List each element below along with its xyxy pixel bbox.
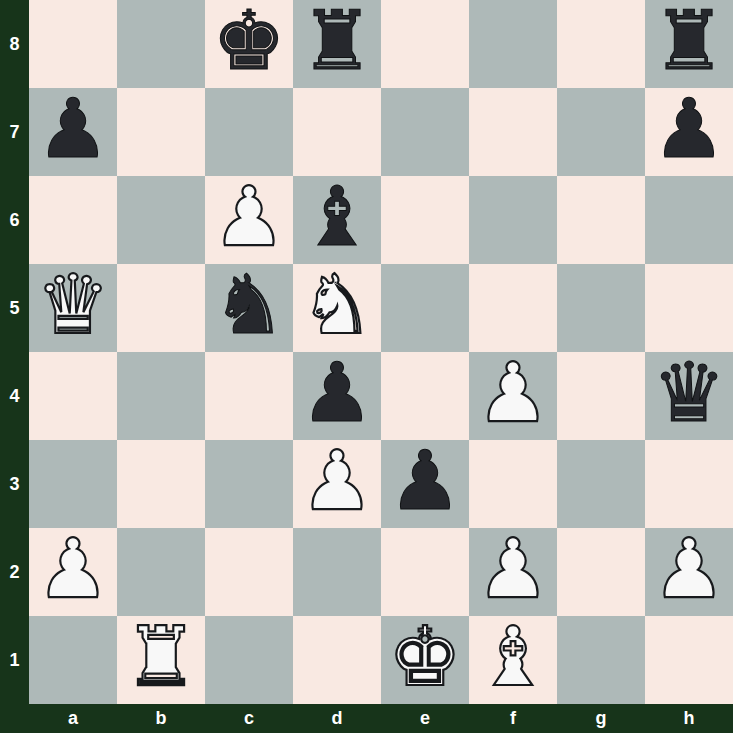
square-f6[interactable] — [469, 176, 557, 264]
square-e5[interactable] — [381, 264, 469, 352]
square-b3[interactable] — [117, 440, 205, 528]
square-d6[interactable]: ♝ — [293, 176, 381, 264]
square-a2[interactable]: ♟ — [29, 528, 117, 616]
square-e1[interactable]: ♚ — [381, 616, 469, 704]
square-f5[interactable] — [469, 264, 557, 352]
square-c6[interactable]: ♟ — [205, 176, 293, 264]
square-e3[interactable]: ♟ — [381, 440, 469, 528]
piece-black-rook[interactable]: ♜ — [300, 0, 374, 85]
square-a6[interactable] — [29, 176, 117, 264]
piece-black-pawn[interactable]: ♟ — [36, 85, 110, 173]
piece-white-pawn[interactable]: ♟ — [212, 173, 286, 261]
rank-label-7: 7 — [0, 88, 29, 176]
square-h5[interactable] — [645, 264, 733, 352]
square-g7[interactable] — [557, 88, 645, 176]
square-g2[interactable] — [557, 528, 645, 616]
rank-label-5: 5 — [0, 264, 29, 352]
square-c3[interactable] — [205, 440, 293, 528]
square-h7[interactable]: ♟ — [645, 88, 733, 176]
square-g8[interactable] — [557, 0, 645, 88]
piece-black-pawn[interactable]: ♟ — [652, 85, 726, 173]
rank-label-6: 6 — [0, 176, 29, 264]
square-g1[interactable] — [557, 616, 645, 704]
square-d2[interactable] — [293, 528, 381, 616]
square-f2[interactable]: ♟ — [469, 528, 557, 616]
square-b4[interactable] — [117, 352, 205, 440]
file-label-f: f — [469, 704, 557, 733]
square-g6[interactable] — [557, 176, 645, 264]
piece-white-rook[interactable]: ♜ — [124, 613, 198, 701]
square-b2[interactable] — [117, 528, 205, 616]
piece-white-knight[interactable]: ♞ — [300, 261, 374, 349]
square-h8[interactable]: ♜ — [645, 0, 733, 88]
square-d8[interactable]: ♜ — [293, 0, 381, 88]
piece-black-queen[interactable]: ♛ — [652, 349, 726, 437]
square-g5[interactable] — [557, 264, 645, 352]
piece-black-pawn[interactable]: ♟ — [388, 437, 462, 525]
rank-label-1: 1 — [0, 616, 29, 704]
square-f3[interactable] — [469, 440, 557, 528]
file-label-d: d — [293, 704, 381, 733]
square-d1[interactable] — [293, 616, 381, 704]
square-h1[interactable] — [645, 616, 733, 704]
square-h2[interactable]: ♟ — [645, 528, 733, 616]
square-d7[interactable] — [293, 88, 381, 176]
square-c1[interactable] — [205, 616, 293, 704]
square-e7[interactable] — [381, 88, 469, 176]
square-c5[interactable]: ♞ — [205, 264, 293, 352]
piece-black-knight[interactable]: ♞ — [212, 261, 286, 349]
square-e2[interactable] — [381, 528, 469, 616]
piece-black-king[interactable]: ♚ — [212, 0, 286, 85]
square-f8[interactable] — [469, 0, 557, 88]
piece-white-queen[interactable]: ♛ — [36, 261, 110, 349]
piece-black-rook[interactable]: ♜ — [652, 0, 726, 85]
square-h6[interactable] — [645, 176, 733, 264]
square-h3[interactable] — [645, 440, 733, 528]
piece-white-pawn[interactable]: ♟ — [300, 437, 374, 525]
chess-board: 8♚♜♜7♟♟6♟♝5♛♞♞4♟♟♛3♟♟2♟♟♟1♜♚♝abcdefgh — [0, 0, 733, 733]
file-label-h: h — [645, 704, 733, 733]
square-b7[interactable] — [117, 88, 205, 176]
chess-diagram: 8♚♜♜7♟♟6♟♝5♛♞♞4♟♟♛3♟♟2♟♟♟1♜♚♝abcdefgh — [0, 0, 733, 733]
piece-white-pawn[interactable]: ♟ — [36, 525, 110, 613]
file-label-b: b — [117, 704, 205, 733]
square-b8[interactable] — [117, 0, 205, 88]
square-d5[interactable]: ♞ — [293, 264, 381, 352]
square-e6[interactable] — [381, 176, 469, 264]
square-a7[interactable]: ♟ — [29, 88, 117, 176]
square-c7[interactable] — [205, 88, 293, 176]
piece-white-pawn[interactable]: ♟ — [652, 525, 726, 613]
file-label-a: a — [29, 704, 117, 733]
square-f7[interactable] — [469, 88, 557, 176]
square-h4[interactable]: ♛ — [645, 352, 733, 440]
square-d3[interactable]: ♟ — [293, 440, 381, 528]
piece-white-king[interactable]: ♚ — [388, 613, 462, 701]
file-label-g: g — [557, 704, 645, 733]
square-c2[interactable] — [205, 528, 293, 616]
square-a1[interactable] — [29, 616, 117, 704]
square-c4[interactable] — [205, 352, 293, 440]
square-a4[interactable] — [29, 352, 117, 440]
square-b1[interactable]: ♜ — [117, 616, 205, 704]
square-g4[interactable] — [557, 352, 645, 440]
square-f1[interactable]: ♝ — [469, 616, 557, 704]
piece-white-pawn[interactable]: ♟ — [476, 525, 550, 613]
square-e4[interactable] — [381, 352, 469, 440]
rank-label-2: 2 — [0, 528, 29, 616]
square-b5[interactable] — [117, 264, 205, 352]
square-a5[interactable]: ♛ — [29, 264, 117, 352]
square-a3[interactable] — [29, 440, 117, 528]
rank-label-4: 4 — [0, 352, 29, 440]
coordinate-corner — [0, 704, 29, 733]
square-d4[interactable]: ♟ — [293, 352, 381, 440]
piece-white-pawn[interactable]: ♟ — [476, 349, 550, 437]
square-a8[interactable] — [29, 0, 117, 88]
square-c8[interactable]: ♚ — [205, 0, 293, 88]
square-e8[interactable] — [381, 0, 469, 88]
square-g3[interactable] — [557, 440, 645, 528]
file-label-c: c — [205, 704, 293, 733]
square-b6[interactable] — [117, 176, 205, 264]
rank-label-3: 3 — [0, 440, 29, 528]
piece-white-bishop[interactable]: ♝ — [476, 613, 550, 701]
file-label-e: e — [381, 704, 469, 733]
piece-black-pawn[interactable]: ♟ — [300, 349, 374, 437]
piece-black-bishop[interactable]: ♝ — [300, 173, 374, 261]
square-f4[interactable]: ♟ — [469, 352, 557, 440]
rank-label-8: 8 — [0, 0, 29, 88]
